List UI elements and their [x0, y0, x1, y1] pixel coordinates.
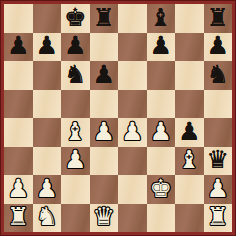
- square-b5[interactable]: [33, 90, 62, 119]
- black-rook-d8[interactable]: ♜: [93, 5, 115, 30]
- square-d3[interactable]: [90, 147, 119, 176]
- square-e1[interactable]: [118, 204, 147, 233]
- black-queen-h3[interactable]: ♛: [207, 147, 229, 172]
- black-bishop-f8[interactable]: ♝: [150, 5, 172, 30]
- square-d6[interactable]: ♟: [90, 61, 119, 90]
- square-h3[interactable]: ♛: [204, 147, 233, 176]
- square-b4[interactable]: [33, 118, 62, 147]
- white-bishop-g3[interactable]: ♝: [178, 147, 200, 172]
- square-b6[interactable]: [33, 61, 62, 90]
- black-pawn-c7[interactable]: ♟: [64, 33, 86, 58]
- black-knight-h6[interactable]: ♞: [207, 62, 229, 87]
- square-g5[interactable]: [175, 90, 204, 119]
- square-a2[interactable]: ♟: [4, 175, 33, 204]
- square-f5[interactable]: [147, 90, 176, 119]
- square-g8[interactable]: [175, 4, 204, 33]
- square-f1[interactable]: [147, 204, 176, 233]
- square-g3[interactable]: ♝: [175, 147, 204, 176]
- white-pawn-c3[interactable]: ♟: [64, 147, 86, 172]
- square-b8[interactable]: [33, 4, 62, 33]
- black-knight-c6[interactable]: ♞: [64, 62, 86, 87]
- square-c5[interactable]: [61, 90, 90, 119]
- square-c8[interactable]: ♚: [61, 4, 90, 33]
- black-pawn-g4[interactable]: ♟: [178, 119, 200, 144]
- square-a8[interactable]: [4, 4, 33, 33]
- square-a5[interactable]: [4, 90, 33, 119]
- white-pawn-f4[interactable]: ♟: [150, 119, 172, 144]
- white-pawn-h2[interactable]: ♟: [207, 176, 229, 201]
- square-h8[interactable]: ♜: [204, 4, 233, 33]
- white-rook-a1[interactable]: ♜: [7, 204, 29, 229]
- black-pawn-d6[interactable]: ♟: [93, 62, 115, 87]
- square-c4[interactable]: ♝: [61, 118, 90, 147]
- square-h2[interactable]: ♟: [204, 175, 233, 204]
- square-b1[interactable]: ♞: [33, 204, 62, 233]
- square-f7[interactable]: ♟: [147, 33, 176, 62]
- square-b2[interactable]: ♟: [33, 175, 62, 204]
- square-a7[interactable]: ♟: [4, 33, 33, 62]
- square-f3[interactable]: [147, 147, 176, 176]
- white-bishop-c4[interactable]: ♝: [64, 119, 86, 144]
- black-king-c8[interactable]: ♚: [64, 5, 86, 30]
- square-c6[interactable]: ♞: [61, 61, 90, 90]
- square-e2[interactable]: [118, 175, 147, 204]
- square-e8[interactable]: [118, 4, 147, 33]
- square-d2[interactable]: [90, 175, 119, 204]
- square-g2[interactable]: [175, 175, 204, 204]
- white-king-f2[interactable]: ♚: [150, 176, 172, 201]
- square-f4[interactable]: ♟: [147, 118, 176, 147]
- square-c3[interactable]: ♟: [61, 147, 90, 176]
- square-b3[interactable]: [33, 147, 62, 176]
- black-rook-h8[interactable]: ♜: [207, 5, 229, 30]
- square-a3[interactable]: [4, 147, 33, 176]
- black-pawn-b7[interactable]: ♟: [36, 33, 58, 58]
- square-c7[interactable]: ♟: [61, 33, 90, 62]
- square-h7[interactable]: ♟: [204, 33, 233, 62]
- square-g7[interactable]: [175, 33, 204, 62]
- square-d4[interactable]: ♟: [90, 118, 119, 147]
- chess-board-frame: ♚♜♝♜♟♟♟♟♟♞♟♞♝♟♟♟♟♟♝♛♟♟♚♟♜♞♛♜: [0, 0, 236, 236]
- black-pawn-h7[interactable]: ♟: [207, 33, 229, 58]
- square-f8[interactable]: ♝: [147, 4, 176, 33]
- chess-board: ♚♜♝♜♟♟♟♟♟♞♟♞♝♟♟♟♟♟♝♛♟♟♚♟♜♞♛♜: [4, 4, 232, 232]
- white-pawn-e4[interactable]: ♟: [121, 119, 143, 144]
- white-pawn-a2[interactable]: ♟: [7, 176, 29, 201]
- square-c1[interactable]: [61, 204, 90, 233]
- square-d5[interactable]: [90, 90, 119, 119]
- square-f2[interactable]: ♚: [147, 175, 176, 204]
- white-rook-h1[interactable]: ♜: [207, 204, 229, 229]
- square-d1[interactable]: ♛: [90, 204, 119, 233]
- square-g6[interactable]: [175, 61, 204, 90]
- square-h6[interactable]: ♞: [204, 61, 233, 90]
- square-d7[interactable]: [90, 33, 119, 62]
- square-a6[interactable]: [4, 61, 33, 90]
- square-a4[interactable]: [4, 118, 33, 147]
- square-f6[interactable]: [147, 61, 176, 90]
- white-knight-b1[interactable]: ♞: [36, 204, 58, 229]
- square-b7[interactable]: ♟: [33, 33, 62, 62]
- black-pawn-a7[interactable]: ♟: [7, 33, 29, 58]
- square-e5[interactable]: [118, 90, 147, 119]
- white-pawn-b2[interactable]: ♟: [36, 176, 58, 201]
- square-e6[interactable]: [118, 61, 147, 90]
- square-a1[interactable]: ♜: [4, 204, 33, 233]
- square-e7[interactable]: [118, 33, 147, 62]
- square-h4[interactable]: [204, 118, 233, 147]
- square-g4[interactable]: ♟: [175, 118, 204, 147]
- square-h1[interactable]: ♜: [204, 204, 233, 233]
- black-pawn-f7[interactable]: ♟: [150, 33, 172, 58]
- white-queen-d1[interactable]: ♛: [93, 204, 115, 229]
- square-c2[interactable]: [61, 175, 90, 204]
- square-e3[interactable]: [118, 147, 147, 176]
- square-h5[interactable]: [204, 90, 233, 119]
- square-e4[interactable]: ♟: [118, 118, 147, 147]
- square-g1[interactable]: [175, 204, 204, 233]
- square-d8[interactable]: ♜: [90, 4, 119, 33]
- white-pawn-d4[interactable]: ♟: [93, 119, 115, 144]
